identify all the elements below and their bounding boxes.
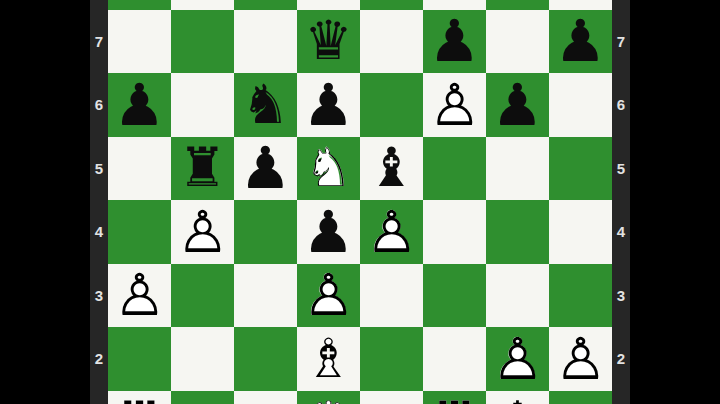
square-h3[interactable]: [549, 264, 612, 328]
rank-label-8: [612, 0, 630, 10]
piece-black-pawn[interactable]: ♟: [549, 10, 612, 74]
piece-white-pawn[interactable]: ♟♙: [297, 264, 360, 328]
square-d6[interactable]: ♟: [297, 73, 360, 137]
square-c3[interactable]: [234, 264, 297, 328]
square-d1[interactable]: ♛♕: [297, 391, 360, 404]
left-rank-labels: 765432: [90, 0, 108, 404]
square-e4[interactable]: ♟♙: [360, 200, 423, 264]
square-d2[interactable]: ♝♗: [297, 327, 360, 391]
rank-label-7: 7: [90, 10, 108, 74]
square-d5[interactable]: ♞♘: [297, 137, 360, 201]
square-c2[interactable]: [234, 327, 297, 391]
piece-black-rook[interactable]: ♜: [171, 137, 234, 201]
square-g3[interactable]: [486, 264, 549, 328]
square-a5[interactable]: [108, 137, 171, 201]
square-f7[interactable]: ♟: [423, 10, 486, 74]
rank-label-8: [90, 0, 108, 10]
square-c8[interactable]: ♜: [234, 0, 297, 10]
piece-white-pawn[interactable]: ♟♙: [423, 73, 486, 137]
square-f5[interactable]: [423, 137, 486, 201]
square-c6[interactable]: ♞: [234, 73, 297, 137]
square-f2[interactable]: [423, 327, 486, 391]
right-rank-labels: 765432: [612, 0, 630, 404]
piece-black-pawn[interactable]: ♟: [423, 10, 486, 74]
piece-white-queen[interactable]: ♛♕: [297, 391, 360, 404]
square-c4[interactable]: [234, 200, 297, 264]
square-f3[interactable]: [423, 264, 486, 328]
square-c7[interactable]: [234, 10, 297, 74]
square-b8[interactable]: ♝: [171, 0, 234, 10]
square-d7[interactable]: ♛: [297, 10, 360, 74]
square-b7[interactable]: [171, 10, 234, 74]
piece-white-pawn[interactable]: ♟♙: [549, 327, 612, 391]
piece-black-pawn[interactable]: ♟: [108, 73, 171, 137]
piece-black-knight[interactable]: ♞: [234, 73, 297, 137]
rank-label-2: 2: [612, 327, 630, 391]
piece-white-pawn[interactable]: ♟♙: [360, 200, 423, 264]
rank-label-6: 6: [90, 73, 108, 137]
piece-white-knight[interactable]: ♞♘: [297, 137, 360, 201]
square-b3[interactable]: [171, 264, 234, 328]
square-h7[interactable]: ♟: [549, 10, 612, 74]
square-h1[interactable]: [549, 391, 612, 404]
square-e5[interactable]: ♝: [360, 137, 423, 201]
piece-white-rook[interactable]: ♜♖: [423, 391, 486, 404]
square-g1[interactable]: ♚♔: [486, 391, 549, 404]
square-a6[interactable]: ♟: [108, 73, 171, 137]
square-g4[interactable]: [486, 200, 549, 264]
square-a2[interactable]: [108, 327, 171, 391]
rank-label-3: 3: [612, 264, 630, 328]
square-f1[interactable]: ♜♖: [423, 391, 486, 404]
square-b2[interactable]: [171, 327, 234, 391]
square-h6[interactable]: [549, 73, 612, 137]
chess-board: ♝♜♛♟♟♟♞♟♟♙♟♜♟♞♘♝♟♙♟♟♙♟♙♟♙♝♗♟♙♟♙♜♖♛♕♜♖♚♔: [108, 0, 612, 404]
video-frame: 765432 ♝♜♛♟♟♟♞♟♟♙♟♜♟♞♘♝♟♙♟♟♙♟♙♟♙♝♗♟♙♟♙♜♖…: [0, 0, 720, 404]
piece-black-pawn[interactable]: ♟: [297, 73, 360, 137]
square-d4[interactable]: ♟: [297, 200, 360, 264]
piece-black-pawn[interactable]: ♟: [486, 73, 549, 137]
piece-white-pawn[interactable]: ♟♙: [108, 264, 171, 328]
square-b1[interactable]: [171, 391, 234, 404]
square-f6[interactable]: ♟♙: [423, 73, 486, 137]
square-h4[interactable]: [549, 200, 612, 264]
right-black-bar: [630, 0, 720, 404]
square-g7[interactable]: [486, 10, 549, 74]
square-f4[interactable]: [423, 200, 486, 264]
square-c1[interactable]: [234, 391, 297, 404]
square-e6[interactable]: [360, 73, 423, 137]
square-g8[interactable]: [486, 0, 549, 10]
square-e8[interactable]: [360, 0, 423, 10]
square-e2[interactable]: [360, 327, 423, 391]
square-a8[interactable]: [108, 0, 171, 10]
piece-white-king[interactable]: ♚♔: [486, 391, 549, 404]
square-a3[interactable]: ♟♙: [108, 264, 171, 328]
piece-white-rook[interactable]: ♜♖: [108, 391, 171, 404]
square-h2[interactable]: ♟♙: [549, 327, 612, 391]
square-d8[interactable]: [297, 0, 360, 10]
rank-label-4: 4: [612, 200, 630, 264]
piece-white-bishop[interactable]: ♝♗: [297, 327, 360, 391]
square-c5[interactable]: ♟: [234, 137, 297, 201]
piece-black-queen[interactable]: ♛: [297, 10, 360, 74]
square-g5[interactable]: [486, 137, 549, 201]
square-b5[interactable]: ♜: [171, 137, 234, 201]
piece-white-pawn[interactable]: ♟♙: [171, 200, 234, 264]
rank-label-7: 7: [612, 10, 630, 74]
square-b6[interactable]: [171, 73, 234, 137]
piece-black-rook[interactable]: ♜: [234, 0, 297, 10]
rank-label-5: 5: [90, 137, 108, 201]
square-e3[interactable]: [360, 264, 423, 328]
rank-label-4: 4: [90, 200, 108, 264]
piece-black-pawn[interactable]: ♟: [234, 137, 297, 201]
rank-label-6: 6: [612, 73, 630, 137]
rank-label-3: 3: [90, 264, 108, 328]
square-b4[interactable]: ♟♙: [171, 200, 234, 264]
square-g2[interactable]: ♟♙: [486, 327, 549, 391]
square-a1[interactable]: ♜♖: [108, 391, 171, 404]
rank-label-1: [612, 391, 630, 404]
square-e1[interactable]: [360, 391, 423, 404]
square-e7[interactable]: [360, 10, 423, 74]
piece-white-pawn[interactable]: ♟♙: [486, 327, 549, 391]
left-black-bar: [0, 0, 90, 404]
rank-label-5: 5: [612, 137, 630, 201]
square-d3[interactable]: ♟♙: [297, 264, 360, 328]
piece-black-bishop[interactable]: ♝: [171, 0, 234, 10]
square-a7[interactable]: [108, 10, 171, 74]
square-a4[interactable]: [108, 200, 171, 264]
piece-black-bishop[interactable]: ♝: [360, 137, 423, 201]
rank-label-2: 2: [90, 327, 108, 391]
rank-label-1: [90, 391, 108, 404]
square-h5[interactable]: [549, 137, 612, 201]
square-g6[interactable]: ♟: [486, 73, 549, 137]
piece-black-pawn[interactable]: ♟: [297, 200, 360, 264]
